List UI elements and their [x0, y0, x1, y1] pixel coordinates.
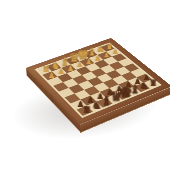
- piece-black-rook[interactable]: ♜: [81, 103, 93, 115]
- piece-white-pawn[interactable]: ♟: [46, 68, 57, 79]
- photo-scene: ♜♞♝♛♚♝♞♜♟♟♟♟♟♟♟♟♟♟♟♟♟♟♟♟♜♞♝♛♚♝♞♜: [0, 0, 170, 170]
